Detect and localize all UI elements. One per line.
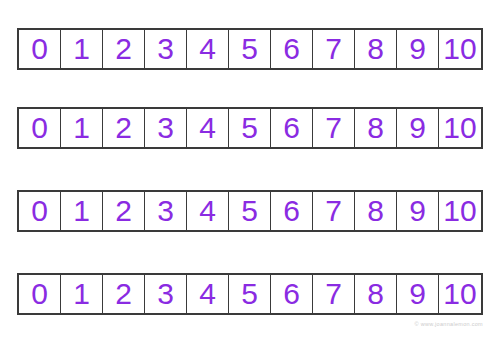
number-cell-9: 9 (397, 275, 439, 313)
number-cell-4: 4 (187, 275, 229, 313)
number-cell-1: 1 (61, 192, 103, 230)
number-cell-5: 5 (229, 109, 271, 147)
number-cell-0: 0 (19, 30, 61, 68)
number-strip-4: 012345678910 (17, 273, 483, 315)
number-cell-9: 9 (397, 109, 439, 147)
number-cell-4: 4 (187, 30, 229, 68)
number-cell-5: 5 (229, 192, 271, 230)
number-cell-2: 2 (103, 275, 145, 313)
number-cell-3: 3 (145, 30, 187, 68)
number-cell-8: 8 (355, 275, 397, 313)
number-cell-9: 9 (397, 30, 439, 68)
number-cell-4: 4 (187, 109, 229, 147)
number-cell-8: 8 (355, 30, 397, 68)
number-cell-5: 5 (229, 275, 271, 313)
number-cell-0: 0 (19, 192, 61, 230)
number-cell-2: 2 (103, 192, 145, 230)
number-cell-6: 6 (271, 30, 313, 68)
number-strip-3: 012345678910 (17, 190, 483, 232)
number-cell-3: 3 (145, 192, 187, 230)
number-cell-2: 2 (103, 109, 145, 147)
number-cell-8: 8 (355, 192, 397, 230)
number-cell-7: 7 (313, 275, 355, 313)
number-cell-10: 10 (439, 275, 481, 313)
number-cell-8: 8 (355, 109, 397, 147)
number-cell-6: 6 (271, 192, 313, 230)
number-cell-10: 10 (439, 192, 481, 230)
watermark-copyright: © www.joannalemon.com (415, 321, 483, 327)
number-cell-4: 4 (187, 192, 229, 230)
number-cell-6: 6 (271, 109, 313, 147)
number-strip-2: 012345678910 (17, 107, 483, 149)
number-cell-1: 1 (61, 109, 103, 147)
number-cell-1: 1 (61, 275, 103, 313)
number-cell-10: 10 (439, 109, 481, 147)
number-cell-6: 6 (271, 275, 313, 313)
number-cell-7: 7 (313, 30, 355, 68)
number-cell-2: 2 (103, 30, 145, 68)
number-cell-5: 5 (229, 30, 271, 68)
number-cell-7: 7 (313, 192, 355, 230)
number-cell-7: 7 (313, 109, 355, 147)
number-cell-9: 9 (397, 192, 439, 230)
number-cell-0: 0 (19, 109, 61, 147)
number-cell-10: 10 (439, 30, 481, 68)
number-strip-1: 012345678910 (17, 28, 483, 70)
number-cell-3: 3 (145, 275, 187, 313)
number-cell-1: 1 (61, 30, 103, 68)
number-cell-3: 3 (145, 109, 187, 147)
number-cell-0: 0 (19, 275, 61, 313)
